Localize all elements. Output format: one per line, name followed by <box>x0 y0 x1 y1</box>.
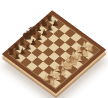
board-grid: ♜♟♟♜♞♟♟♞♝♟♟♝♛♟♟♛♚♟♟♚♝♟♟♝♞♟♟♞♜♟♟♜ <box>9 16 99 88</box>
black-pawn[interactable]: ♟ <box>14 53 21 61</box>
white-rook[interactable]: ♜ <box>48 77 56 86</box>
chess-board: ♜♟♟♜♞♟♟♞♝♟♟♝♛♟♟♛♚♟♟♚♝♟♟♝♞♟♟♞♜♟♟♜ <box>2 10 107 93</box>
chess-set-photo: ♜♟♟♜♞♟♟♞♝♟♟♝♛♟♟♛♚♟♟♚♝♟♟♝♞♟♟♞♜♟♟♜ <box>0 0 108 98</box>
